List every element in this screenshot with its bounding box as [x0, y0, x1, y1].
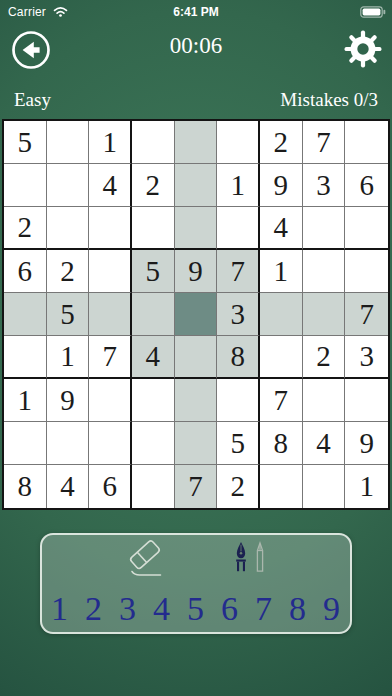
sudoku-app-screen: Carrier 6:41 PM 00:06 — [0, 0, 392, 696]
cell-r3c2[interactable] — [47, 207, 90, 250]
cell-r7c3[interactable] — [89, 379, 132, 422]
cell-r9c7[interactable] — [260, 465, 303, 508]
cell-r5c1[interactable] — [4, 293, 47, 336]
cell-r6c6[interactable]: 8 — [217, 336, 260, 379]
cell-r7c5[interactable] — [175, 379, 218, 422]
sudoku-board: 5127421936246259715371748231975849846721 — [2, 119, 390, 510]
cell-r4c9[interactable] — [345, 250, 388, 293]
numpad-digit-7[interactable]: 7 — [255, 589, 272, 629]
cell-r7c8[interactable] — [303, 379, 346, 422]
control-panel: 123456789 — [40, 533, 352, 634]
cell-r2c5[interactable] — [175, 164, 218, 207]
cell-r6c1[interactable] — [4, 336, 47, 379]
cell-r5c5[interactable] — [175, 293, 218, 336]
cell-r1c4[interactable] — [132, 121, 175, 164]
cell-r1c9[interactable] — [345, 121, 388, 164]
cell-r1c2[interactable] — [47, 121, 90, 164]
numpad-digit-9[interactable]: 9 — [323, 589, 340, 629]
numpad-digit-6[interactable]: 6 — [221, 589, 238, 629]
cell-r8c2[interactable] — [47, 422, 90, 465]
numpad-digit-4[interactable]: 4 — [153, 589, 170, 629]
cell-r7c1[interactable]: 1 — [4, 379, 47, 422]
cell-r9c5[interactable]: 7 — [175, 465, 218, 508]
cell-r2c1[interactable] — [4, 164, 47, 207]
cell-r8c7[interactable]: 8 — [260, 422, 303, 465]
cell-r5c3[interactable] — [89, 293, 132, 336]
cell-r6c3[interactable]: 7 — [89, 336, 132, 379]
numpad-digit-5[interactable]: 5 — [187, 589, 204, 629]
cell-r6c2[interactable]: 1 — [47, 336, 90, 379]
cell-r4c8[interactable] — [303, 250, 346, 293]
eraser-button[interactable] — [124, 540, 170, 580]
cell-r1c3[interactable]: 1 — [89, 121, 132, 164]
eraser-icon — [124, 537, 170, 583]
cell-r3c9[interactable] — [345, 207, 388, 250]
cell-r7c4[interactable] — [132, 379, 175, 422]
cell-r5c2[interactable]: 5 — [47, 293, 90, 336]
cell-r8c3[interactable] — [89, 422, 132, 465]
cell-r6c9[interactable]: 3 — [345, 336, 388, 379]
cell-r9c2[interactable]: 4 — [47, 465, 90, 508]
gear-icon — [344, 54, 382, 71]
cell-r2c8[interactable]: 3 — [303, 164, 346, 207]
numpad-digit-1[interactable]: 1 — [51, 589, 68, 629]
cell-r4c4[interactable]: 5 — [132, 250, 175, 293]
numpad-digit-8[interactable]: 8 — [289, 589, 306, 629]
numpad: 123456789 — [51, 589, 340, 629]
numpad-digit-3[interactable]: 3 — [119, 589, 136, 629]
cell-r3c5[interactable] — [175, 207, 218, 250]
cell-r5c6[interactable]: 3 — [217, 293, 260, 336]
cell-r9c3[interactable]: 6 — [89, 465, 132, 508]
pen-mode-toggle[interactable] — [228, 540, 274, 580]
status-bar: Carrier 6:41 PM — [0, 0, 392, 24]
timer-label: 00:06 — [0, 33, 392, 59]
cell-r2c2[interactable] — [47, 164, 90, 207]
cell-r2c3[interactable]: 4 — [89, 164, 132, 207]
settings-button[interactable] — [344, 30, 382, 68]
cell-r6c8[interactable]: 2 — [303, 336, 346, 379]
pencil-icon — [257, 543, 262, 571]
cell-r9c6[interactable]: 2 — [217, 465, 260, 508]
cell-r5c8[interactable] — [303, 293, 346, 336]
cell-r4c7[interactable]: 1 — [260, 250, 303, 293]
cell-r4c3[interactable] — [89, 250, 132, 293]
cell-r5c7[interactable] — [260, 293, 303, 336]
numpad-digit-2[interactable]: 2 — [85, 589, 102, 629]
cell-r1c6[interactable] — [217, 121, 260, 164]
mistakes-label: Mistakes 0/3 — [280, 89, 378, 111]
cell-r2c6[interactable]: 1 — [217, 164, 260, 207]
cell-r6c4[interactable]: 4 — [132, 336, 175, 379]
cell-r5c4[interactable] — [132, 293, 175, 336]
cell-r8c1[interactable] — [4, 422, 47, 465]
cell-r1c8[interactable]: 7 — [303, 121, 346, 164]
cell-r6c5[interactable] — [175, 336, 218, 379]
cell-r8c4[interactable] — [132, 422, 175, 465]
cell-r7c6[interactable] — [217, 379, 260, 422]
cell-r9c8[interactable] — [303, 465, 346, 508]
cell-r3c6[interactable] — [217, 207, 260, 250]
cell-r8c8[interactable]: 4 — [303, 422, 346, 465]
difficulty-label: Easy — [14, 89, 51, 111]
cell-r4c5[interactable]: 9 — [175, 250, 218, 293]
cell-r4c1[interactable]: 6 — [4, 250, 47, 293]
cell-r2c9[interactable]: 6 — [345, 164, 388, 207]
cell-r3c8[interactable] — [303, 207, 346, 250]
cell-r1c5[interactable] — [175, 121, 218, 164]
cell-r3c1[interactable]: 2 — [4, 207, 47, 250]
status-time-label: 6:41 PM — [0, 5, 392, 19]
cell-r9c1[interactable]: 8 — [4, 465, 47, 508]
cell-r2c4[interactable]: 2 — [132, 164, 175, 207]
cell-r1c1[interactable]: 5 — [4, 121, 47, 164]
cell-r8c5[interactable] — [175, 422, 218, 465]
cell-r9c4[interactable] — [132, 465, 175, 508]
cell-r5c9[interactable]: 7 — [345, 293, 388, 336]
cell-r4c6[interactable]: 7 — [217, 250, 260, 293]
cell-r1c7[interactable]: 2 — [260, 121, 303, 164]
cell-r2c7[interactable]: 9 — [260, 164, 303, 207]
cell-r9c9[interactable]: 1 — [345, 465, 388, 508]
cell-r3c3[interactable] — [89, 207, 132, 250]
cell-r8c6[interactable]: 5 — [217, 422, 260, 465]
cell-r4c2[interactable]: 2 — [47, 250, 90, 293]
cell-r3c4[interactable] — [132, 207, 175, 250]
cell-r7c2[interactable]: 9 — [47, 379, 90, 422]
cell-r8c9[interactable]: 9 — [345, 422, 388, 465]
battery-icon — [360, 6, 386, 21]
cell-r6c7[interactable] — [260, 336, 303, 379]
cell-r3c7[interactable]: 4 — [260, 207, 303, 250]
cell-r7c7[interactable]: 7 — [260, 379, 303, 422]
pen-nib-icon — [232, 541, 270, 579]
cell-r7c9[interactable] — [345, 379, 388, 422]
